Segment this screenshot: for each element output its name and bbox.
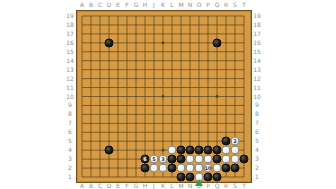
row-label-left: 16: [66, 40, 74, 46]
white-stone-J3[interactable]: 5: [150, 155, 159, 164]
row-label-right: 1: [255, 174, 259, 180]
black-stone-R2[interactable]: [222, 164, 231, 173]
row-label-left: 17: [66, 31, 74, 37]
last-move-marker: [195, 179, 203, 186]
row-label-left: 10: [66, 94, 74, 100]
row-label-right: 18: [253, 22, 261, 28]
black-stone-Q1[interactable]: [213, 173, 222, 182]
row-label-left: 5: [68, 138, 72, 144]
column-label-bottom: M: [178, 183, 183, 189]
black-stone-Q16[interactable]: [213, 38, 222, 47]
white-stone-S4[interactable]: [231, 146, 240, 155]
black-stone-N4[interactable]: [186, 146, 195, 155]
row-label-left: 19: [66, 13, 74, 19]
column-label-top: R: [224, 2, 228, 8]
column-label-top: M: [178, 2, 183, 8]
hoshi-point: [162, 41, 165, 44]
column-label-top: F: [125, 2, 128, 8]
row-label-right: 4: [255, 147, 259, 153]
row-label-left: 18: [66, 22, 74, 28]
column-label-top: O: [197, 2, 202, 8]
column-label-bottom: F: [125, 183, 128, 189]
black-stone-D16[interactable]: [105, 38, 114, 47]
column-label-top: T: [242, 2, 246, 8]
row-label-left: 12: [66, 76, 74, 82]
white-stone-J2[interactable]: [150, 164, 159, 173]
black-stone-P1[interactable]: [204, 173, 213, 182]
row-label-right: 19: [253, 13, 261, 19]
white-stone-P3[interactable]: [204, 155, 213, 164]
column-label-top: C: [98, 2, 102, 8]
row-label-right: 17: [253, 31, 261, 37]
black-stone-L3[interactable]: [168, 155, 177, 164]
black-stone-R5[interactable]: [222, 137, 231, 146]
column-label-bottom: E: [116, 183, 120, 189]
column-label-top: B: [89, 2, 93, 8]
row-label-left: 4: [68, 147, 72, 153]
column-label-bottom: H: [143, 183, 148, 189]
row-label-right: 3: [255, 156, 259, 162]
row-label-right: 11: [253, 85, 261, 91]
column-label-bottom: T: [242, 183, 246, 189]
row-label-right: 5: [255, 138, 259, 144]
column-label-bottom: C: [98, 183, 102, 189]
move-number: 2: [233, 139, 236, 144]
column-label-top: N: [188, 2, 193, 8]
white-stone-O2[interactable]: [195, 164, 204, 173]
column-label-top: E: [116, 2, 120, 8]
column-label-bottom: D: [107, 183, 112, 189]
row-label-left: 15: [66, 49, 74, 55]
row-label-right: 2: [255, 165, 259, 171]
column-label-bottom: A: [80, 183, 84, 189]
white-stone-R4[interactable]: [222, 146, 231, 155]
column-label-bottom: Q: [215, 183, 220, 189]
column-label-top: A: [80, 2, 84, 8]
black-stone-P4[interactable]: [204, 146, 213, 155]
hoshi-point: [216, 95, 219, 98]
move-number: 3: [161, 157, 164, 162]
column-label-top: K: [161, 2, 165, 8]
white-stone-K3[interactable]: 3: [159, 155, 168, 164]
black-stone-H2[interactable]: [141, 164, 150, 173]
row-label-right: 12: [253, 76, 261, 82]
hoshi-point: [162, 95, 165, 98]
row-label-right: 15: [253, 49, 261, 55]
white-stone-L4[interactable]: [168, 146, 177, 155]
column-label-bottom: G: [134, 183, 139, 189]
column-label-top: S: [233, 2, 237, 8]
row-label-left: 13: [66, 67, 74, 73]
black-stone-M3[interactable]: [177, 155, 186, 164]
column-label-bottom: S: [233, 183, 237, 189]
row-label-right: 16: [253, 40, 261, 46]
white-stone-O3[interactable]: [195, 155, 204, 164]
white-stone-K2[interactable]: [159, 164, 168, 173]
black-stone-Q3[interactable]: [213, 155, 222, 164]
black-stone-T3[interactable]: [240, 155, 249, 164]
column-label-top: P: [206, 2, 210, 8]
row-label-left: 9: [68, 102, 72, 108]
black-stone-N1[interactable]: [186, 173, 195, 182]
black-stone-D4[interactable]: [105, 146, 114, 155]
column-label-bottom: P: [206, 183, 210, 189]
white-stone-N2[interactable]: [186, 164, 195, 173]
row-label-left: 1: [68, 174, 72, 180]
move-number: 5: [152, 157, 155, 162]
white-stone-M2[interactable]: [177, 164, 186, 173]
column-label-bottom: R: [224, 183, 228, 189]
white-stone-S3[interactable]: [231, 155, 240, 164]
white-stone-R3[interactable]: [222, 155, 231, 164]
row-label-left: 7: [68, 120, 72, 126]
go-app-window: AABBCCDDEEFFGGHHJJKKLLMMNNOOPPQQRRSSTT19…: [0, 0, 336, 189]
white-stone-N3[interactable]: [186, 155, 195, 164]
black-stone-O4[interactable]: [195, 146, 204, 155]
column-label-bottom: B: [89, 183, 93, 189]
column-label-top: D: [107, 2, 112, 8]
white-stone-S5[interactable]: 2: [231, 137, 240, 146]
move-number: 10: [205, 166, 212, 171]
row-label-right: 6: [255, 129, 259, 135]
black-stone-S2[interactable]: [231, 164, 240, 173]
row-label-right: 14: [253, 58, 261, 64]
row-label-left: 6: [68, 129, 72, 135]
column-label-bottom: J: [153, 183, 155, 189]
black-stone-M1[interactable]: [177, 173, 186, 182]
row-label-left: 14: [66, 58, 74, 64]
row-label-left: 3: [68, 156, 72, 162]
move-number: 6: [143, 157, 146, 162]
white-stone-Q2[interactable]: [213, 164, 222, 173]
row-label-right: 8: [255, 111, 259, 117]
column-label-top: Q: [215, 2, 220, 8]
black-stone-L2[interactable]: [168, 164, 177, 173]
black-stone-Q4[interactable]: [213, 146, 222, 155]
row-label-left: 11: [66, 85, 74, 91]
column-label-top: G: [134, 2, 139, 8]
hoshi-point: [162, 149, 165, 152]
column-label-top: J: [153, 2, 155, 8]
white-stone-P2[interactable]: 10: [204, 164, 213, 173]
row-label-right: 9: [255, 102, 259, 108]
column-label-top: L: [170, 2, 173, 8]
row-label-right: 10: [253, 94, 261, 100]
column-label-bottom: N: [188, 183, 193, 189]
column-label-bottom: K: [161, 183, 165, 189]
row-label-left: 8: [68, 111, 72, 117]
black-stone-H3[interactable]: 6: [141, 155, 150, 164]
black-stone-M4[interactable]: [177, 146, 186, 155]
row-label-right: 13: [253, 67, 261, 73]
row-label-right: 7: [255, 120, 259, 126]
column-label-top: H: [143, 2, 148, 8]
row-label-left: 2: [68, 165, 72, 171]
column-label-bottom: L: [170, 183, 173, 189]
